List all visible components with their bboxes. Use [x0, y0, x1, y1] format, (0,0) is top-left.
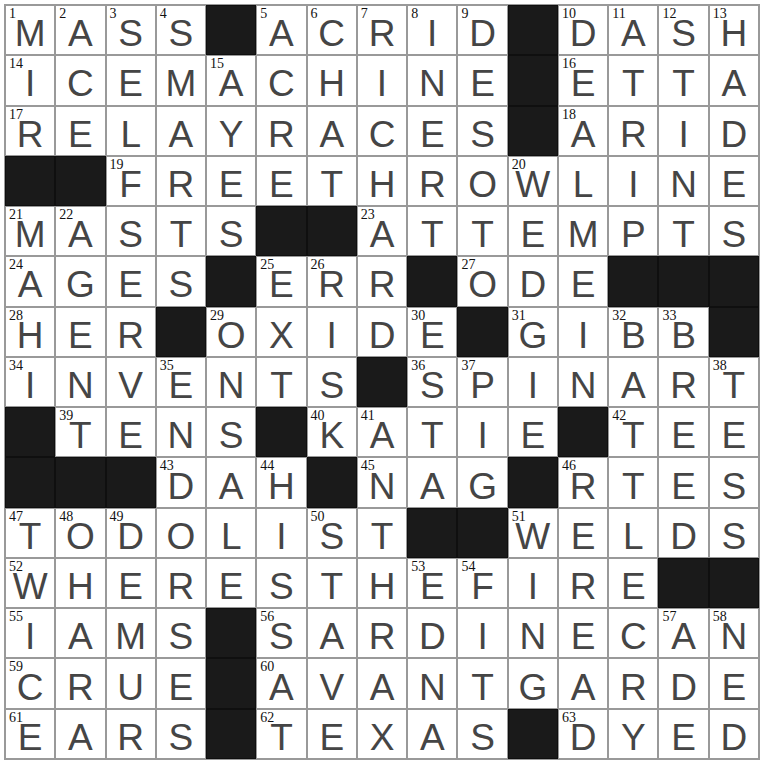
cell-r13c2[interactable]: A [55, 608, 105, 658]
cell-r9c13[interactable]: 42T [608, 407, 658, 457]
block-r15c11 [508, 709, 558, 759]
cell-r8c12[interactable]: N [558, 357, 608, 407]
crossword-board: 1M2A3S4S5A6C7R8I9D10D11A12S13H14ICEM15AC… [0, 0, 764, 764]
cell-r3c12[interactable]: 18A [558, 106, 608, 156]
cell-r7c14[interactable]: 33B [658, 307, 708, 357]
cell-r8c13[interactable]: A [608, 357, 658, 407]
cell-r14c15[interactable]: E [709, 658, 759, 708]
cell-r5c4[interactable]: T [156, 206, 206, 256]
cell-letter: T [320, 166, 343, 203]
cell-r14c14[interactable]: D [658, 658, 708, 708]
block-r11c9 [407, 508, 457, 558]
cell-r11c12[interactable]: E [558, 508, 608, 558]
cell-letter: A [219, 468, 244, 505]
block-r2c11 [508, 55, 558, 105]
cell-letter: A [68, 719, 93, 756]
cell-r8c7[interactable]: S [307, 357, 357, 407]
cell-r9c11[interactable]: E [508, 407, 558, 457]
cell-letter: D [720, 116, 747, 153]
clue-number: 5 [260, 6, 267, 22]
cell-r1c3[interactable]: 3S [106, 5, 156, 55]
cell-r3c14[interactable]: I [658, 106, 708, 156]
cell-r1c14[interactable]: 12S [658, 5, 708, 55]
cell-r10c13[interactable]: T [608, 457, 658, 507]
cell-r15c10[interactable]: S [457, 709, 507, 759]
cell-r3c3[interactable]: L [106, 106, 156, 156]
cell-r11c2[interactable]: 48O [55, 508, 105, 558]
cell-letter: R [570, 568, 597, 605]
cell-r11c6[interactable]: I [256, 508, 306, 558]
cell-r3c13[interactable]: R [608, 106, 658, 156]
cell-r13c6[interactable]: 56S [256, 608, 306, 658]
cell-letter: E [671, 468, 696, 505]
cell-r9c9[interactable]: T [407, 407, 457, 457]
cell-r13c1[interactable]: 55I [5, 608, 55, 658]
cell-r15c6[interactable]: 62T [256, 709, 306, 759]
cell-r1c4[interactable]: 4S [156, 5, 206, 55]
clue-number: 15 [210, 56, 224, 72]
cell-r10c12[interactable]: 46R [558, 457, 608, 507]
cell-letter: U [117, 669, 144, 706]
cell-r12c3[interactable]: E [106, 558, 156, 608]
cell-r4c15[interactable]: E [709, 156, 759, 206]
block-r1c11 [508, 5, 558, 55]
block-r10c3 [106, 457, 156, 507]
cell-r15c12[interactable]: 63D [558, 709, 608, 759]
cell-r9c15[interactable]: E [709, 407, 759, 457]
cell-r11c1[interactable]: 47T [5, 508, 55, 558]
cell-r5c3[interactable]: S [106, 206, 156, 256]
cell-letter: L [221, 518, 242, 555]
cell-r10c8[interactable]: 45N [357, 457, 407, 507]
cell-r14c11[interactable]: G [508, 658, 558, 708]
cell-r8c3[interactable]: V [106, 357, 156, 407]
cell-r8c9[interactable]: 36S [407, 357, 457, 407]
cell-letter: I [427, 15, 437, 52]
cell-letter: H [369, 166, 396, 203]
cell-r15c9[interactable]: A [407, 709, 457, 759]
cell-r3c8[interactable]: C [357, 106, 407, 156]
cell-r13c10[interactable]: I [457, 608, 507, 658]
cell-r13c11[interactable]: N [508, 608, 558, 658]
cell-letter: N [570, 367, 597, 404]
cell-r6c7[interactable]: 26R [307, 256, 357, 306]
cell-r9c10[interactable]: I [457, 407, 507, 457]
clue-number: 50 [311, 509, 325, 525]
cell-letter: O [167, 518, 196, 555]
cell-r3c10[interactable]: S [457, 106, 507, 156]
cell-r9c4[interactable]: N [156, 407, 206, 457]
cell-letter: S [269, 568, 294, 605]
cell-letter: T [170, 216, 193, 253]
cell-r13c12[interactable]: E [558, 608, 608, 658]
block-r9c1 [5, 407, 55, 457]
cell-r7c6[interactable]: X [256, 307, 306, 357]
cell-letter: T [622, 468, 645, 505]
cell-letter: I [327, 317, 337, 354]
cell-r2c8[interactable]: I [357, 55, 407, 105]
cell-r3c5[interactable]: Y [206, 106, 256, 156]
cell-r1c13[interactable]: 11A [608, 5, 658, 55]
cell-letter: N [670, 166, 697, 203]
cell-r5c2[interactable]: 22A [55, 206, 105, 256]
cell-letter: E [571, 618, 596, 655]
cell-r1c8[interactable]: 7R [357, 5, 407, 55]
cell-r7c5[interactable]: 29O [206, 307, 256, 357]
cell-r14c8[interactable]: A [357, 658, 407, 708]
cell-r6c4[interactable]: S [156, 256, 206, 306]
cell-r14c7[interactable]: V [307, 658, 357, 708]
cell-r5c8[interactable]: 23A [357, 206, 407, 256]
cell-r4c12[interactable]: L [558, 156, 608, 206]
cell-letter: R [168, 568, 195, 605]
cell-letter: T [622, 65, 645, 102]
cell-r14c10[interactable]: T [457, 658, 507, 708]
cell-r12c2[interactable]: H [55, 558, 105, 608]
cell-r12c7[interactable]: T [307, 558, 357, 608]
cell-r6c11[interactable]: D [508, 256, 558, 306]
cell-r5c15[interactable]: S [709, 206, 759, 256]
cell-r14c3[interactable]: U [106, 658, 156, 708]
cell-r10c10[interactable]: G [457, 457, 507, 507]
clue-number: 52 [9, 559, 23, 575]
clue-number: 18 [562, 107, 576, 123]
cell-r11c14[interactable]: D [658, 508, 708, 558]
cell-r11c3[interactable]: 49D [106, 508, 156, 558]
block-r12c14 [658, 558, 708, 608]
cell-letter: E [118, 417, 143, 454]
cell-r1c9[interactable]: 8I [407, 5, 457, 55]
clue-number: 19 [110, 157, 124, 173]
cell-letter: R [369, 618, 396, 655]
clue-number: 48 [59, 509, 73, 525]
clue-number: 51 [512, 509, 526, 525]
cell-r13c9[interactable]: D [407, 608, 457, 658]
cell-letter: N [519, 618, 546, 655]
cell-letter: E [722, 669, 747, 706]
cell-letter: A [420, 719, 445, 756]
cell-r10c9[interactable]: A [407, 457, 457, 507]
cell-r8c6[interactable]: T [256, 357, 306, 407]
cell-letter: L [573, 166, 594, 203]
cell-r13c4[interactable]: S [156, 608, 206, 658]
cell-letter: T [672, 216, 695, 253]
cell-letter: I [528, 367, 538, 404]
cell-r4c5[interactable]: E [206, 156, 256, 206]
cell-r6c10[interactable]: 27O [457, 256, 507, 306]
cell-r12c9[interactable]: 53E [407, 558, 457, 608]
cell-r12c8[interactable]: H [357, 558, 407, 608]
cell-letter: L [623, 518, 644, 555]
cell-r12c10[interactable]: 54F [457, 558, 507, 608]
cell-r6c12[interactable]: E [558, 256, 608, 306]
cell-letter: R [369, 15, 396, 52]
cell-r6c8[interactable]: R [357, 256, 407, 306]
cell-r11c8[interactable]: T [357, 508, 407, 558]
cell-r13c7[interactable]: A [307, 608, 357, 658]
cell-letter: E [520, 216, 545, 253]
cell-r2c7[interactable]: H [307, 55, 357, 105]
cell-r2c15[interactable]: A [709, 55, 759, 105]
cell-r15c2[interactable]: A [55, 709, 105, 759]
clue-number: 35 [160, 358, 174, 374]
cell-letter: A [68, 15, 93, 52]
cell-r3c1[interactable]: 17R [5, 106, 55, 156]
cell-r14c6[interactable]: 60A [256, 658, 306, 708]
cell-letter: E [68, 116, 93, 153]
cell-r6c2[interactable]: G [55, 256, 105, 306]
clue-number: 58 [713, 609, 727, 625]
cell-r11c7[interactable]: 50S [307, 508, 357, 558]
clue-number: 32 [612, 308, 626, 324]
cell-r9c8[interactable]: 41A [357, 407, 407, 457]
cell-r9c7[interactable]: 40K [307, 407, 357, 457]
cell-r7c9[interactable]: 30E [407, 307, 457, 357]
cell-r3c4[interactable]: A [156, 106, 206, 156]
cell-r12c12[interactable]: R [558, 558, 608, 608]
cell-letter: H [369, 568, 396, 605]
cell-r7c13[interactable]: 32B [608, 307, 658, 357]
cell-r15c8[interactable]: X [357, 709, 407, 759]
cell-r15c3[interactable]: R [106, 709, 156, 759]
cell-letter: I [477, 618, 487, 655]
cell-r3c2[interactable]: E [55, 106, 105, 156]
cell-letter: G [518, 669, 547, 706]
cell-r1c10[interactable]: 9D [457, 5, 507, 55]
cell-letter: Y [621, 719, 646, 756]
cell-r7c8[interactable]: D [357, 307, 407, 357]
block-r13c5 [206, 608, 256, 658]
cell-r8c2[interactable]: N [55, 357, 105, 407]
cell-r4c14[interactable]: N [658, 156, 708, 206]
cell-r3c9[interactable]: E [407, 106, 457, 156]
cell-letter: E [520, 417, 545, 454]
cell-r2c12[interactable]: 16E [558, 55, 608, 105]
cell-r10c4[interactable]: 43D [156, 457, 206, 507]
cell-r7c2[interactable]: E [55, 307, 105, 357]
cell-r5c12[interactable]: M [558, 206, 608, 256]
clue-number: 49 [110, 509, 124, 525]
cell-r15c7[interactable]: E [307, 709, 357, 759]
cell-r15c15[interactable]: D [709, 709, 759, 759]
cell-r5c13[interactable]: P [608, 206, 658, 256]
cell-r13c14[interactable]: 57A [658, 608, 708, 658]
cell-r2c10[interactable]: E [457, 55, 507, 105]
cell-letter: D [519, 266, 546, 303]
cell-r7c1[interactable]: 28H [5, 307, 55, 357]
cell-letter: S [470, 719, 495, 756]
block-r6c15 [709, 256, 759, 306]
cell-letter: S [169, 266, 194, 303]
clue-number: 57 [662, 609, 676, 625]
clue-number: 27 [461, 257, 475, 273]
cell-letter: A [269, 15, 294, 52]
cell-r2c13[interactable]: T [608, 55, 658, 105]
cell-letter: V [319, 669, 344, 706]
cell-r13c3[interactable]: M [106, 608, 156, 658]
block-r7c4 [156, 307, 206, 357]
clue-number: 26 [311, 257, 325, 273]
cell-r15c13[interactable]: Y [608, 709, 658, 759]
cell-letter: I [678, 116, 688, 153]
cell-r1c1[interactable]: 1M [5, 5, 55, 55]
cell-letter: S [118, 216, 143, 253]
cell-letter: I [276, 518, 286, 555]
cell-letter: H [318, 65, 345, 102]
cell-r1c7[interactable]: 6C [307, 5, 357, 55]
cell-r14c4[interactable]: E [156, 658, 206, 708]
cell-r5c5[interactable]: S [206, 206, 256, 256]
block-r15c5 [206, 709, 256, 759]
clue-number: 54 [461, 559, 475, 575]
cell-r11c4[interactable]: O [156, 508, 206, 558]
block-r14c5 [206, 658, 256, 708]
cell-r5c10[interactable]: T [457, 206, 507, 256]
cell-r10c14[interactable]: E [658, 457, 708, 507]
cell-r3c6[interactable]: R [256, 106, 306, 156]
cell-r14c13[interactable]: R [608, 658, 658, 708]
cell-r12c5[interactable]: E [206, 558, 256, 608]
cell-r7c11[interactable]: 31G [508, 307, 558, 357]
cell-r10c6[interactable]: 44H [256, 457, 306, 507]
cell-r8c11[interactable]: I [508, 357, 558, 407]
cell-r7c7[interactable]: I [307, 307, 357, 357]
cell-letter: T [471, 216, 494, 253]
clue-number: 1 [9, 6, 16, 22]
cell-letter: T [270, 367, 293, 404]
cell-r5c14[interactable]: T [658, 206, 708, 256]
cell-r11c11[interactable]: 51W [508, 508, 558, 558]
cell-letter: E [671, 719, 696, 756]
cell-r11c15[interactable]: S [709, 508, 759, 558]
cell-letter: I [628, 166, 638, 203]
cell-r4c3[interactable]: 19F [106, 156, 156, 206]
cell-r11c5[interactable]: L [206, 508, 256, 558]
cell-r12c13[interactable]: E [608, 558, 658, 608]
cell-r5c9[interactable]: T [407, 206, 457, 256]
cell-r4c10[interactable]: O [457, 156, 507, 206]
cell-r1c15[interactable]: 13H [709, 5, 759, 55]
cell-r4c4[interactable]: R [156, 156, 206, 206]
cell-r9c14[interactable]: E [658, 407, 708, 457]
cell-r14c2[interactable]: R [55, 658, 105, 708]
block-r10c7 [307, 457, 357, 507]
cell-r2c3[interactable]: E [106, 55, 156, 105]
cell-r3c7[interactable]: A [307, 106, 357, 156]
cell-r10c15[interactable]: S [709, 457, 759, 507]
cell-r4c7[interactable]: T [307, 156, 357, 206]
cell-r13c13[interactable]: C [608, 608, 658, 658]
cell-r5c1[interactable]: 21M [5, 206, 55, 256]
cell-r12c6[interactable]: S [256, 558, 306, 608]
cell-r1c12[interactable]: 10D [558, 5, 608, 55]
cell-r8c10[interactable]: 37P [457, 357, 507, 407]
cell-r4c11[interactable]: 20W [508, 156, 558, 206]
cell-r15c14[interactable]: E [658, 709, 708, 759]
cell-r14c12[interactable]: A [558, 658, 608, 708]
cell-letter: H [67, 568, 94, 605]
cell-r6c3[interactable]: E [106, 256, 156, 306]
cell-r4c13[interactable]: I [608, 156, 658, 206]
clue-number: 56 [260, 609, 274, 625]
cell-r1c6[interactable]: 5A [256, 5, 306, 55]
clue-number: 44 [260, 458, 274, 474]
clue-number: 28 [9, 308, 23, 324]
cell-r2c6[interactable]: C [256, 55, 306, 105]
block-r6c14 [658, 256, 708, 306]
cell-r14c1[interactable]: 59C [5, 658, 55, 708]
cell-r9c3[interactable]: E [106, 407, 156, 457]
cell-r8c5[interactable]: N [206, 357, 256, 407]
cell-letter: I [25, 367, 35, 404]
cell-r1c2[interactable]: 2A [55, 5, 105, 55]
cell-letter: S [722, 216, 747, 253]
cell-r7c12[interactable]: I [558, 307, 608, 357]
cell-r7c3[interactable]: R [106, 307, 156, 357]
cell-r4c6[interactable]: E [256, 156, 306, 206]
clue-number: 46 [562, 458, 576, 474]
cell-r9c5[interactable]: S [206, 407, 256, 457]
cell-r4c9[interactable]: R [407, 156, 457, 206]
cell-letter: S [169, 15, 194, 52]
cell-letter: S [722, 468, 747, 505]
cell-letter: S [219, 417, 244, 454]
cell-r2c2[interactable]: C [55, 55, 105, 105]
cell-letter: A [319, 116, 344, 153]
cell-letter: C [318, 15, 345, 52]
cell-r8c14[interactable]: R [658, 357, 708, 407]
cell-letter: A [420, 468, 445, 505]
cell-r4c8[interactable]: H [357, 156, 407, 206]
cell-r12c1[interactable]: 52W [5, 558, 55, 608]
cell-letter: D [720, 719, 747, 756]
cell-r13c8[interactable]: R [357, 608, 407, 658]
cell-letter: S [169, 719, 194, 756]
block-r10c1 [5, 457, 55, 507]
cell-letter: A [68, 618, 93, 655]
cell-letter: R [117, 719, 144, 756]
cell-r3c15[interactable]: D [709, 106, 759, 156]
cell-r9c2[interactable]: 39T [55, 407, 105, 457]
cell-letter: P [621, 216, 646, 253]
cell-r2c9[interactable]: N [407, 55, 457, 105]
clue-number: 34 [9, 358, 23, 374]
cell-r14c9[interactable]: N [407, 658, 457, 708]
cell-r2c4[interactable]: M [156, 55, 206, 105]
cell-r8c15[interactable]: 38T [709, 357, 759, 407]
cell-r8c1[interactable]: 34I [5, 357, 55, 407]
cell-r2c5[interactable]: 15A [206, 55, 256, 105]
cell-r5c11[interactable]: E [508, 206, 558, 256]
cell-r11c13[interactable]: L [608, 508, 658, 558]
block-r6c9 [407, 256, 457, 306]
cell-r10c5[interactable]: A [206, 457, 256, 507]
cell-r8c4[interactable]: 35E [156, 357, 206, 407]
clue-number: 20 [512, 157, 526, 173]
cell-r13c15[interactable]: 58N [709, 608, 759, 658]
cell-r12c4[interactable]: R [156, 558, 206, 608]
cell-r15c4[interactable]: S [156, 709, 206, 759]
block-r6c5 [206, 256, 256, 306]
cell-letter: N [419, 65, 446, 102]
cell-r6c6[interactable]: 25E [256, 256, 306, 306]
cell-r12c11[interactable]: I [508, 558, 558, 608]
cell-r15c1[interactable]: 61E [5, 709, 55, 759]
cell-r6c1[interactable]: 24A [5, 256, 55, 306]
cell-r2c1[interactable]: 14I [5, 55, 55, 105]
cell-r2c14[interactable]: T [658, 55, 708, 105]
clue-number: 63 [562, 710, 576, 726]
